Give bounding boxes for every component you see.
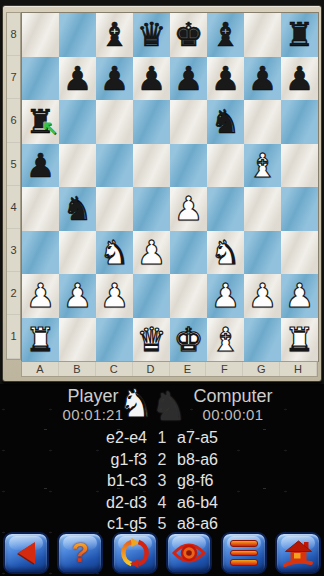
- move-row-4: d2-d34a6-b4: [0, 492, 324, 514]
- rank-label-6: 6: [7, 99, 20, 142]
- square-h4[interactable]: [281, 187, 318, 231]
- move-list: e2-e41a7-a5g1-f32b8-a6b1-c33g8-f6d2-d34a…: [0, 427, 324, 535]
- piece-black-pawn: ♟: [96, 57, 133, 101]
- square-g2[interactable]: ♟: [244, 274, 281, 318]
- file-labels: ABCDEFGH: [21, 361, 318, 377]
- file-label-d: D: [133, 362, 170, 376]
- square-f2[interactable]: ♟: [207, 274, 244, 318]
- square-h7[interactable]: ♟: [281, 57, 318, 101]
- file-label-g: G: [243, 362, 280, 376]
- piece-black-pawn: ♟: [207, 57, 244, 101]
- rank-labels: 87654321: [6, 12, 21, 360]
- piece-white-pawn: ♟: [59, 274, 96, 318]
- piece-black-bishop: ♝: [207, 13, 244, 57]
- square-f4[interactable]: [207, 187, 244, 231]
- piece-white-king: ♚: [170, 318, 207, 362]
- piece-black-rook: ♜: [22, 100, 59, 144]
- move-row-3: b1-c33g8-f6: [0, 470, 324, 492]
- piece-black-rook: ♜: [281, 13, 318, 57]
- piece-black-pawn: ♟: [133, 57, 170, 101]
- menu-bars-icon: [230, 540, 258, 566]
- rank-label-3: 3: [7, 229, 20, 272]
- board-frame: 87654321 ♝♛♚♝♜♟♟♟♟♟♟♟♜↖♞♟♝♞♟♞♟♞♟♟♟♟♟♟♜♛♚…: [2, 5, 322, 382]
- move-row-2: g1-f32b8-a6: [0, 449, 324, 471]
- file-label-c: C: [96, 362, 133, 376]
- piece-black-bishop: ♝: [96, 13, 133, 57]
- square-c5[interactable]: [96, 144, 133, 188]
- square-e8[interactable]: ♚: [170, 13, 207, 57]
- piece-black-king: ♚: [170, 13, 207, 57]
- menu-button[interactable]: [221, 532, 267, 574]
- square-e6[interactable]: [170, 100, 207, 144]
- piece-white-queen: ♛: [133, 318, 170, 362]
- move-row-1: e2-e41a7-a5: [0, 427, 324, 449]
- help-button[interactable]: ?: [57, 532, 103, 574]
- move-white: d2-d3: [75, 492, 147, 514]
- piece-black-pawn: ♟: [281, 57, 318, 101]
- square-a7[interactable]: [22, 57, 59, 101]
- piece-white-pawn: ♟: [170, 187, 207, 231]
- square-a6[interactable]: ♜↖: [22, 100, 59, 144]
- home-button[interactable]: [275, 532, 321, 574]
- chess-board[interactable]: ♝♛♚♝♜♟♟♟♟♟♟♟♜↖♞♟♝♞♟♞♟♞♟♟♟♟♟♟♜♛♚♝♜: [21, 12, 319, 362]
- square-e1[interactable]: ♚: [170, 318, 207, 362]
- piece-white-pawn: ♟: [22, 274, 59, 318]
- square-f7[interactable]: ♟: [207, 57, 244, 101]
- square-d1[interactable]: ♛: [133, 318, 170, 362]
- square-h3[interactable]: [281, 231, 318, 275]
- square-e2[interactable]: [170, 274, 207, 318]
- move-white: b1-c3: [75, 470, 147, 492]
- square-c7[interactable]: ♟: [96, 57, 133, 101]
- piece-black-pawn: ♟: [170, 57, 207, 101]
- toolbar: ?: [0, 531, 324, 575]
- square-h5[interactable]: [281, 144, 318, 188]
- file-label-b: B: [59, 362, 96, 376]
- app-screen: 87654321 ♝♛♚♝♜♟♟♟♟♟♟♟♜↖♞♟♝♞♟♞♟♞♟♟♟♟♟♟♜♛♚…: [0, 0, 324, 576]
- piece-white-knight: ♞: [96, 231, 133, 275]
- piece-white-rook: ♜: [22, 318, 59, 362]
- rank-label-2: 2: [7, 272, 20, 315]
- rank-label-8: 8: [7, 13, 20, 56]
- square-b1[interactable]: [59, 318, 96, 362]
- square-c6[interactable]: [96, 100, 133, 144]
- square-g7[interactable]: ♟: [244, 57, 281, 101]
- game-info-panel: Player 00:01:21 ♞ ♞ Computer 00:00:01 e2…: [0, 384, 324, 576]
- square-b7[interactable]: ♟: [59, 57, 96, 101]
- square-h2[interactable]: ♟: [281, 274, 318, 318]
- square-d2[interactable]: [133, 274, 170, 318]
- piece-black-pawn: ♟: [244, 57, 281, 101]
- question-mark-icon: ?: [72, 539, 89, 567]
- square-f1[interactable]: ♝: [207, 318, 244, 362]
- square-f3[interactable]: ♞: [207, 231, 244, 275]
- square-b5[interactable]: [59, 144, 96, 188]
- square-d3[interactable]: ♟: [133, 231, 170, 275]
- square-b4[interactable]: ♞: [59, 187, 96, 231]
- square-h1[interactable]: ♜: [281, 318, 318, 362]
- square-c8[interactable]: ♝: [96, 13, 133, 57]
- move-black: a6-b4: [177, 492, 249, 514]
- move-number: 1: [147, 427, 177, 449]
- move-black: b8-a6: [177, 449, 249, 471]
- rank-label-7: 7: [7, 56, 20, 99]
- file-label-h: H: [280, 362, 317, 376]
- square-b3[interactable]: [59, 231, 96, 275]
- square-g5[interactable]: ♝: [244, 144, 281, 188]
- file-label-f: F: [206, 362, 243, 376]
- piece-white-pawn: ♟: [281, 274, 318, 318]
- undo-redo-button[interactable]: [112, 532, 158, 574]
- rotate-arrows-icon: [120, 538, 150, 568]
- piece-white-pawn: ♟: [207, 274, 244, 318]
- move-number: 2: [147, 449, 177, 471]
- piece-black-pawn: ♟: [22, 144, 59, 188]
- square-f8[interactable]: ♝: [207, 13, 244, 57]
- square-d8[interactable]: ♛: [133, 13, 170, 57]
- square-e7[interactable]: ♟: [170, 57, 207, 101]
- black-knight-icon: ♞: [151, 386, 187, 426]
- white-knight-icon: ♞: [118, 383, 154, 423]
- square-a2[interactable]: ♟: [22, 274, 59, 318]
- square-c4[interactable]: [96, 187, 133, 231]
- back-arrow-icon: [18, 542, 35, 564]
- square-g3[interactable]: [244, 231, 281, 275]
- square-c2[interactable]: ♟: [96, 274, 133, 318]
- file-label-a: A: [22, 362, 59, 376]
- chess-board-area: 87654321 ♝♛♚♝♜♟♟♟♟♟♟♟♜↖♞♟♝♞♟♞♟♞♟♟♟♟♟♟♜♛♚…: [0, 0, 324, 384]
- square-e4[interactable]: ♟: [170, 187, 207, 231]
- square-h8[interactable]: ♜: [281, 13, 318, 57]
- square-f6[interactable]: ♞: [207, 100, 244, 144]
- piece-white-pawn: ♟: [244, 274, 281, 318]
- rank-label-5: 5: [7, 143, 20, 186]
- piece-white-pawn: ♟: [133, 231, 170, 275]
- piece-white-rook: ♜: [281, 318, 318, 362]
- square-h6[interactable]: [281, 100, 318, 144]
- piece-black-queen: ♛: [133, 13, 170, 57]
- move-black: g8-f6: [177, 470, 249, 492]
- piece-black-knight: ♞: [207, 100, 244, 144]
- move-black: a7-a5: [177, 427, 249, 449]
- square-d7[interactable]: ♟: [133, 57, 170, 101]
- eye-icon: [172, 541, 206, 565]
- rank-label-4: 4: [7, 186, 20, 229]
- square-e3[interactable]: [170, 231, 207, 275]
- square-b6[interactable]: [59, 100, 96, 144]
- hint-button[interactable]: [166, 532, 212, 574]
- move-number: 3: [147, 470, 177, 492]
- piece-black-knight: ♞: [59, 187, 96, 231]
- move-white: e2-e4: [75, 427, 147, 449]
- square-b2[interactable]: ♟: [59, 274, 96, 318]
- home-icon: [282, 538, 314, 568]
- square-a8[interactable]: [22, 13, 59, 57]
- square-c3[interactable]: ♞: [96, 231, 133, 275]
- square-c1[interactable]: [96, 318, 133, 362]
- square-a1[interactable]: ♜: [22, 318, 59, 362]
- square-g8[interactable]: [244, 13, 281, 57]
- rank-label-1: 1: [7, 315, 20, 358]
- square-f5[interactable]: [207, 144, 244, 188]
- square-d5[interactable]: [133, 144, 170, 188]
- piece-white-bishop: ♝: [207, 318, 244, 362]
- square-a4[interactable]: [22, 187, 59, 231]
- file-label-e: E: [170, 362, 207, 376]
- square-b8[interactable]: [59, 13, 96, 57]
- piece-white-bishop: ♝: [244, 144, 281, 188]
- move-white: g1-f3: [75, 449, 147, 471]
- piece-white-pawn: ♟: [96, 274, 133, 318]
- square-g1[interactable]: [244, 318, 281, 362]
- square-g4[interactable]: [244, 187, 281, 231]
- move-number: 4: [147, 492, 177, 514]
- square-d6[interactable]: [133, 100, 170, 144]
- piece-white-knight: ♞: [207, 231, 244, 275]
- square-a5[interactable]: ♟: [22, 144, 59, 188]
- square-a3[interactable]: [22, 231, 59, 275]
- piece-black-pawn: ♟: [59, 57, 96, 101]
- square-g6[interactable]: [244, 100, 281, 144]
- square-d4[interactable]: [133, 187, 170, 231]
- square-e5[interactable]: [170, 144, 207, 188]
- back-button[interactable]: [3, 532, 49, 574]
